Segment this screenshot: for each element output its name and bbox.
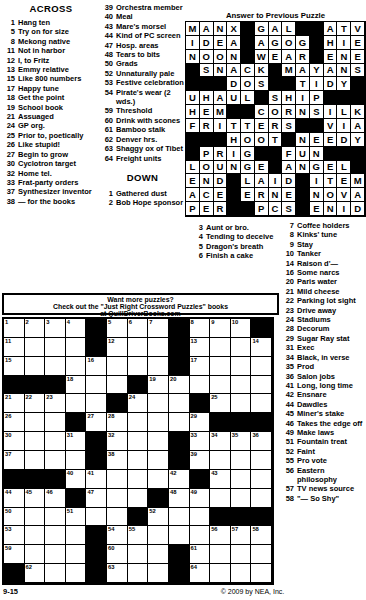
puzzle-cell[interactable] [251,451,272,470]
puzzle-cell[interactable]: 53 [4,526,25,545]
puzzle-cell[interactable] [86,508,107,527]
clue-number: 46 [281,419,297,428]
puzzle-cell[interactable]: 62 [25,564,46,583]
puzzle-cell[interactable] [45,338,66,357]
clue-down-55: 55Pro vote [281,456,366,465]
puzzle-cell[interactable] [231,338,252,357]
puzzle-cell[interactable] [169,394,190,413]
puzzle-cell[interactable] [210,451,231,470]
puzzle-cell[interactable] [66,451,87,470]
puzzle-cell[interactable]: 42 [169,470,190,489]
answer-cell-letter: G [269,36,283,50]
clue-text: Pirate's wear (2 wds.) [116,88,185,107]
clue-text: Faint [297,447,366,456]
puzzle-cell[interactable] [231,357,252,376]
puzzle-cell[interactable] [128,545,149,564]
clue-number: 2 [100,198,116,207]
answer-cell-letter: N [337,50,351,64]
clue-text: Black, in verse [297,353,366,362]
puzzle-cell[interactable]: 9 [210,319,231,338]
clue-text: Assuaged [18,112,100,121]
cell-number: 8 [191,319,194,326]
clue-down-58: 58"— So Shy" [281,494,366,503]
puzzle-cell[interactable] [66,357,87,376]
puzzle-cell[interactable]: 26 [4,413,25,432]
cell-number: 58 [252,526,258,533]
puzzle-cell[interactable]: 36 [251,432,272,451]
clue-text: Miner's stake [297,409,366,418]
clue-text: Aunt or bro. [206,223,279,232]
puzzle-cell[interactable] [128,413,149,432]
puzzle-cell[interactable]: 56 [210,526,231,545]
puzzle-cell[interactable]: 28 [107,413,128,432]
puzzle-cell[interactable]: 54 [107,526,128,545]
answer-cell-letter: X [227,22,241,36]
answer-cell-letter: E [186,174,200,188]
clue-number: 35 [281,362,297,371]
puzzle-cell[interactable] [210,564,231,583]
puzzle-cell[interactable] [128,564,149,583]
puzzle-cell[interactable] [251,394,272,413]
puzzle-cell[interactable] [45,564,66,583]
answer-cell-letter: S [351,64,365,78]
clue-number: 11 [2,46,18,55]
cell-number: 39 [191,451,197,458]
answer-cell-letter: R [282,105,296,119]
answer-cell-letter: R [296,50,310,64]
answer-cell-block [241,36,255,50]
clue-down-49: 49Make laws [281,428,366,437]
answer-cell-block [214,133,228,147]
cell-number: 7 [149,319,152,326]
puzzle-cell[interactable]: 58 [251,526,272,545]
answer-cell-letter: E [200,202,214,216]
clue-across-25: 25Prior to, poetically [2,131,100,140]
puzzle-cell[interactable] [45,508,66,527]
puzzle-cell[interactable] [190,526,211,545]
puzzle-cell[interactable]: 41 [86,470,107,489]
puzzle-cell[interactable] [25,508,46,527]
puzzle-cell[interactable]: 1 [4,319,25,338]
puzzle-cell[interactable]: 40 [66,470,87,489]
puzzle-cell[interactable] [86,376,107,395]
puzzle-cell[interactable]: 43 [210,470,231,489]
puzzle-date: 9-15 [3,587,18,596]
answer-cell-letter: O [200,161,214,175]
puzzle-cell[interactable] [128,357,149,376]
answer-cell-letter: N [227,50,241,64]
puzzle-cell[interactable] [148,470,169,489]
puzzle-cell[interactable] [25,545,46,564]
answer-cell-letter: N [269,188,283,202]
puzzle-cell[interactable] [231,564,252,583]
clue-number: 24 [2,121,18,130]
cell-number: 2 [26,319,29,326]
answer-cell-letter: M [186,22,200,36]
clue-down-8: 8Kinks' tune [281,230,366,239]
clue-number: 10 [281,249,297,258]
answer-cell-letter: I [214,119,228,133]
answer-cell-block [351,161,365,175]
clue-number: 52 [281,447,297,456]
puzzle-cell[interactable]: 64 [190,564,211,583]
puzzle-cell[interactable] [231,545,252,564]
puzzle-cell[interactable]: 8 [190,319,211,338]
puzzle-cell[interactable] [148,545,169,564]
puzzle-cell[interactable]: 23 [45,394,66,413]
clue-text: Festive celebration [116,78,185,87]
clue-number: 51 [281,437,297,446]
answer-cell-block [296,188,310,202]
clue-text: Mare's morsel [116,22,185,31]
puzzle-cell[interactable]: 51 [66,508,87,527]
clue-down-46: 46Takes the edge off [281,419,366,428]
puzzle-cell[interactable] [25,432,46,451]
answer-cell-letter: N [337,64,351,78]
answer-cell-letter: H [227,133,241,147]
puzzle-cell[interactable]: 34 [210,432,231,451]
clue-number: 59 [100,106,116,115]
puzzle-cell[interactable]: 27 [86,413,107,432]
cell-number: 35 [232,432,238,439]
puzzle-cell[interactable]: 33 [190,432,211,451]
puzzle-cell-block [86,432,107,451]
clue-number: 23 [281,306,297,315]
puzzle-cell[interactable]: 16 [86,357,107,376]
answer-cell-letter: U [296,147,310,161]
clue-across-38: 38— for the books [2,197,100,206]
puzzle-cell[interactable] [107,470,128,489]
clue-text: GP org. [18,121,100,130]
puzzle-cell[interactable] [107,489,128,508]
puzzle-cell[interactable]: 55 [128,526,149,545]
answer-cell-letter: A [296,64,310,78]
puzzle-cell[interactable] [107,376,128,395]
puzzle-cell[interactable] [25,413,46,432]
puzzle-cell[interactable]: 59 [4,545,25,564]
cell-number: 6 [129,319,132,326]
answer-cell-letter: T [324,174,338,188]
puzzle-cell[interactable] [231,394,252,413]
answer-cell-letter: E [310,202,324,216]
cell-number: 12 [108,338,114,345]
puzzle-cell[interactable]: 15 [4,357,25,376]
puzzle-cell[interactable] [231,489,252,508]
answer-cell-letter: L [241,91,255,105]
puzzle-cell[interactable] [210,545,231,564]
puzzle-cell[interactable]: 24 [128,394,149,413]
puzzle-cell[interactable]: 46 [45,489,66,508]
puzzle-cell[interactable]: 31 [66,432,87,451]
puzzle-cell[interactable] [190,508,211,527]
puzzle-cell[interactable] [169,526,190,545]
clue-across-59: 59Threshold [100,106,185,115]
cell-number: 54 [108,526,114,533]
puzzle-cell[interactable] [45,526,66,545]
puzzle-cell-block [169,545,190,564]
cell-number: 15 [5,357,11,364]
puzzle-cell[interactable] [148,394,169,413]
puzzle-cell[interactable]: 3 [45,319,66,338]
puzzle-cell[interactable] [148,451,169,470]
clue-down-28: 28Decorum [281,324,366,333]
puzzle-cell-block [107,394,128,413]
clue-down-20: 20Paris water [281,277,366,286]
puzzle-cell[interactable] [66,526,87,545]
clue-down-42: 42Ensnare [281,390,366,399]
answer-cell-letter: A [324,22,338,36]
clue-down-1: 1Gathered dust [100,189,185,198]
clue-text: Long, long time [297,381,366,390]
puzzle-cell-block [4,470,25,489]
puzzle-cell[interactable] [148,338,169,357]
answer-cell-letter: S [282,202,296,216]
puzzle-cell[interactable]: 18 [66,376,87,395]
clue-down-57: 57TV news source [281,484,366,493]
answer-cell-block [324,147,338,161]
answer-cell-block [296,119,310,133]
clue-number: 38 [2,197,18,206]
clue-across-32: 32Home tel. [2,169,100,178]
clue-text: Unnaturally pale [116,69,185,78]
answer-cell-letter: A [227,36,241,50]
puzzle-cell[interactable]: 7 [148,319,169,338]
puzzle-cell[interactable] [66,338,87,357]
puzzle-cell[interactable] [25,526,46,545]
puzzle-cell[interactable] [86,394,107,413]
puzzle-cell[interactable]: 37 [4,451,25,470]
puzzle-cell[interactable]: 45 [25,489,46,508]
clue-text: Mild cheese [297,287,366,296]
puzzle-cell[interactable] [251,489,272,508]
clue-down-7: 7Coffee holders [281,221,366,230]
puzzle-cell[interactable]: 17 [190,357,211,376]
puzzle-cell[interactable] [45,413,66,432]
puzzle-cell[interactable] [128,470,149,489]
puzzle-cell[interactable]: 49 [190,489,211,508]
cell-number: 14 [252,338,258,345]
clue-text: Denver hrs. [116,135,185,144]
puzzle-cell[interactable]: 10 [231,319,252,338]
puzzle-cell[interactable]: 44 [4,489,25,508]
clue-text: Prod [297,362,366,371]
puzzle-cell[interactable]: 22 [25,394,46,413]
puzzle-cell[interactable] [107,357,128,376]
puzzle-cell[interactable] [190,376,211,395]
clue-text: Hosp. areas [116,41,185,50]
clue-number: 15 [2,74,18,83]
answer-cell-letter: S [282,119,296,133]
answer-cell-letter: L [241,174,255,188]
answer-cell-letter: I [310,77,324,91]
answer-cell-letter: N [214,64,228,78]
clue-text: Begin to grow [18,150,100,159]
puzzle-cell[interactable] [128,432,149,451]
answer-cell-letter: O [324,188,338,202]
answer-cell-block [282,133,296,147]
puzzle-cell[interactable] [148,432,169,451]
clue-number: 16 [281,268,297,277]
answer-cell-letter: N [296,161,310,175]
puzzle-cell[interactable] [231,451,252,470]
answer-cell-letter: N [310,188,324,202]
puzzle-cell[interactable] [66,564,87,583]
puzzle-cell[interactable] [107,508,128,527]
puzzle-cell[interactable]: 6 [128,319,149,338]
clue-across-39: 39Orchestra member [100,3,185,12]
clue-text: Get the point [18,93,100,102]
answer-cell-letter: W [255,50,269,64]
puzzle-cell[interactable] [148,526,169,545]
clue-across-40: 40Meal [100,12,185,21]
clue-text: Exec [297,343,366,352]
clue-across-15: 15Like 800 numbers [2,74,100,83]
puzzle-cell[interactable]: 61 [190,545,211,564]
ad-line-1: Want more puzzles? [4,296,277,303]
answer-cell-letter: A [255,36,269,50]
cell-number: 3 [46,319,49,326]
clue-text: Emmy relative [18,65,100,74]
puzzle-cell[interactable] [210,338,231,357]
puzzle-cell[interactable] [45,451,66,470]
puzzle-cell[interactable]: 5 [107,319,128,338]
answer-cell-letter: C [255,105,269,119]
clue-across-47: 47Hosp. areas [100,41,185,50]
answer-cell-letter: E [255,161,269,175]
puzzle-cell[interactable] [128,338,149,357]
puzzle-cell[interactable] [251,357,272,376]
puzzle-cell-block [86,564,107,583]
puzzle-cell[interactable] [169,413,190,432]
clue-across-18: 18Get the point [2,93,100,102]
puzzle-cell[interactable]: 35 [231,432,252,451]
clue-number: 6 [190,251,206,260]
clue-text: Ensnare [297,390,366,399]
puzzle-cell[interactable] [148,357,169,376]
cell-number: 64 [191,564,197,571]
puzzle-cell[interactable]: 48 [169,489,190,508]
answer-cell-block [186,77,200,91]
clue-number: 52 [100,69,116,78]
puzzle-cell[interactable] [148,564,169,583]
puzzle-cell[interactable]: 12 [107,338,128,357]
cell-number: 30 [5,432,11,439]
answer-cell-block [351,91,365,105]
clue-across-30: 30Cyclotron target [2,159,100,168]
puzzle-cell[interactable] [148,413,169,432]
puzzle-cell[interactable] [210,357,231,376]
answer-cell-letter: K [351,105,365,119]
puzzle-cell-block [231,508,252,527]
puzzle-cell[interactable]: 14 [251,338,272,357]
answer-cell-letter: D [351,202,365,216]
answer-cell-letter: T [269,133,283,147]
puzzle-cell[interactable]: 63 [107,564,128,583]
puzzle-cell[interactable]: 4 [66,319,87,338]
clue-text: School book [18,103,100,112]
puzzle-cell[interactable] [169,508,190,527]
puzzle-cell[interactable]: 20 [169,376,190,395]
clue-across-17: 17Happy tune [2,84,100,93]
clue-text: Decorum [297,324,366,333]
puzzle-cell[interactable] [231,376,252,395]
cell-number: 33 [191,432,197,439]
cell-number: 32 [108,432,114,439]
puzzle-cell[interactable] [66,545,87,564]
puzzle-cell[interactable]: 57 [231,526,252,545]
puzzle-cell-block [169,564,190,583]
clue-number: 40 [100,12,116,21]
puzzle-cell[interactable]: 50 [4,508,25,527]
puzzle-cell[interactable] [251,470,272,489]
answer-cell-letter: I [324,105,338,119]
crossword-page: ACROSS 1Hang ten5Try on for size8Mekong … [0,0,366,600]
puzzle-cell[interactable]: 25 [210,394,231,413]
puzzle-cell[interactable]: 11 [4,338,25,357]
puzzle-cell[interactable]: 38 [107,451,128,470]
puzzle-cell[interactable]: 29 [190,413,211,432]
puzzle-cell[interactable] [128,451,149,470]
answer-cell-letter: C [241,64,255,78]
answer-cell-block [310,22,324,36]
puzzle-cell[interactable] [128,489,149,508]
puzzle-cell[interactable] [210,376,231,395]
puzzle-cell[interactable] [45,357,66,376]
answer-cell-letter: D [227,77,241,91]
clue-text: Drive away [297,306,366,315]
answer-cell-letter: T [296,77,310,91]
puzzle-cell[interactable] [45,545,66,564]
puzzle-cell[interactable]: 30 [4,432,25,451]
cell-number: 42 [170,470,176,477]
puzzle-cell[interactable]: 32 [107,432,128,451]
answer-cell-letter: V [324,119,338,133]
across-list-col2: 39Orchestra member40Meal43Mare's morsel4… [100,3,185,163]
answer-cell-letter: N [186,50,200,64]
answer-cell-letter: L [186,161,200,175]
cell-number: 43 [211,470,217,477]
puzzle-cell[interactable]: 21 [4,394,25,413]
puzzle-cell[interactable]: 2 [25,319,46,338]
puzzle-cell[interactable]: 13 [190,338,211,357]
puzzle-cell[interactable]: 39 [190,451,211,470]
clue-text: Tanker [297,249,366,258]
answer-cell-letter: E [337,174,351,188]
puzzle-cell[interactable]: 60 [107,545,128,564]
puzzle-cell[interactable]: 47 [86,489,107,508]
clue-number: 36 [281,372,297,381]
puzzle-cell[interactable] [251,564,272,583]
answer-cell-letter: L [337,161,351,175]
puzzle-cell[interactable] [45,432,66,451]
puzzle-cell[interactable] [25,357,46,376]
puzzle-cell[interactable] [251,376,272,395]
puzzle-cell[interactable] [210,489,231,508]
answer-cell-letter: A [351,119,365,133]
clue-across-5: 5Try on for size [2,27,100,36]
cell-number: 44 [5,489,11,496]
cell-number: 51 [67,508,73,515]
puzzle-cell[interactable]: 52 [148,508,169,527]
cell-number: 63 [108,564,114,571]
puzzle-cell[interactable] [66,394,87,413]
puzzle-cell[interactable] [231,470,252,489]
puzzle-cell[interactable] [25,451,46,470]
puzzle-cell[interactable] [251,545,272,564]
puzzle-cell[interactable]: 19 [148,376,169,395]
answer-cell-letter: M [282,64,296,78]
puzzle-cell[interactable] [25,338,46,357]
